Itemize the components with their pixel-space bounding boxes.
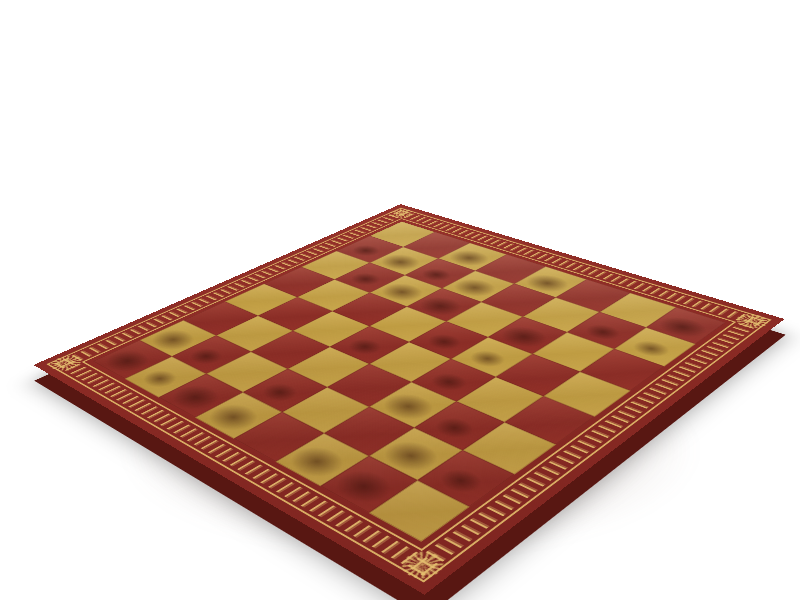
perspective-tilt: ♜♝♜♟♝♟♛♟♟♟♞♚♞♟♟♟♟♞♟♞♟♟♝♟♜♟♝♛♜♚ bbox=[0, 0, 800, 600]
board-grid: ♜♝♜♟♝♟♛♟♟♟♞♚♞♟♟♟♟♞♟♞♟♟♝♟♜♟♝♛♜♚ bbox=[93, 222, 725, 542]
chess-set-photo: ♜♝♜♟♝♟♛♟♟♟♞♚♞♟♟♟♟♞♟♞♟♟♝♟♜♟♝♛♜♚ bbox=[0, 0, 800, 600]
scene-3d: ♜♝♜♟♝♟♛♟♟♟♞♚♞♟♟♟♟♞♟♞♟♟♝♟♜♟♝♛♜♚ bbox=[0, 0, 800, 600]
chess-board: ♜♝♜♟♝♟♛♟♟♟♞♚♞♟♟♟♟♞♟♞♟♟♝♟♜♟♝♛♜♚ bbox=[34, 204, 785, 595]
